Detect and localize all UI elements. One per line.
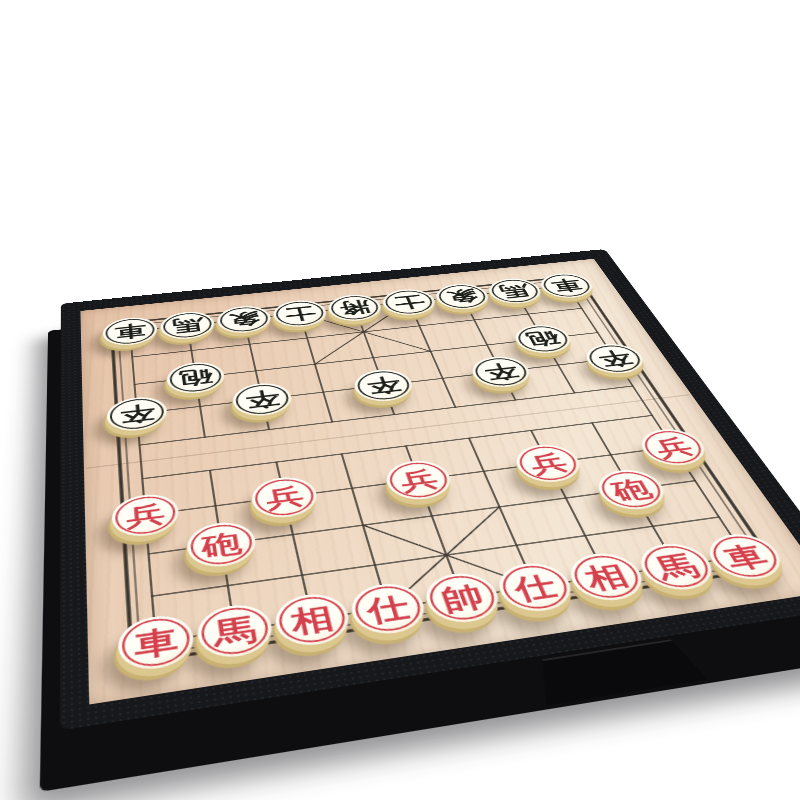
piece-glyph: 象 — [227, 310, 261, 328]
piece-glyph: 仕 — [363, 591, 412, 625]
piece-glyph: 相 — [288, 602, 336, 637]
piece-glyph: 車 — [718, 541, 772, 572]
product-photo: 車馬象士將士象馬車砲砲卒卒卒卒卒兵兵兵兵兵砲砲車馬相仕帥仕相馬車 — [0, 0, 800, 800]
piece-glyph: 相 — [580, 561, 632, 593]
piece-glyph: 車 — [114, 322, 147, 341]
piece-glyph: 車 — [548, 277, 585, 294]
piece-glyph: 將 — [337, 299, 372, 317]
piece-glyph: 砲 — [523, 329, 563, 348]
piece-glyph: 卒 — [243, 388, 281, 410]
piece-glyph: 士 — [283, 304, 318, 322]
piece-glyph: 卒 — [364, 375, 403, 397]
piece-glyph: 卒 — [119, 402, 155, 425]
piece-glyph: 馬 — [650, 551, 703, 582]
piece-glyph: 士 — [391, 293, 427, 311]
piece-glyph: 砲 — [200, 529, 243, 559]
piece-glyph: 帥 — [437, 581, 487, 614]
piece-glyph: 車 — [133, 624, 179, 660]
tilted-board: 車馬象士將士象馬車砲砲卒卒卒卒卒兵兵兵兵兵砲砲車馬相仕帥仕相馬車 — [60, 249, 800, 730]
handle-notch — [528, 637, 707, 705]
piece-glyph: 兵 — [125, 501, 166, 529]
piece-glyph: 砲 — [178, 367, 214, 388]
piece-glyph: 兵 — [263, 483, 305, 510]
piece-glyph: 馬 — [211, 613, 258, 648]
piece-glyph: 兵 — [525, 450, 571, 476]
piece-glyph: 砲 — [607, 476, 655, 503]
piece-glyph: 卒 — [481, 361, 521, 382]
piece-glyph: 仕 — [509, 571, 560, 604]
piece-glyph: 兵 — [397, 467, 441, 493]
piece-glyph: 兵 — [650, 435, 697, 460]
piece-glyph: 象 — [444, 288, 480, 305]
xiangqi-board: 車馬象士將士象馬車砲砲卒卒卒卒卒兵兵兵兵兵砲砲車馬相仕帥仕相馬車 — [80, 259, 800, 705]
piece-glyph: 馬 — [496, 282, 533, 299]
piece-glyph: 卒 — [594, 348, 636, 368]
scene: 車馬象士將士象馬車砲砲卒卒卒卒卒兵兵兵兵兵砲砲車馬相仕帥仕相馬車 — [68, 98, 732, 762]
board-frame: 車馬象士將士象馬車砲砲卒卒卒卒卒兵兵兵兵兵砲砲車馬相仕帥仕相馬車 — [60, 249, 800, 730]
piece-glyph: 馬 — [171, 316, 205, 335]
